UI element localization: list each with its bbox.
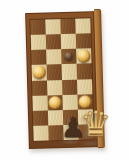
gold-ball-piece: ● (77, 50, 90, 63)
board-square: ● (47, 95, 62, 111)
board-square (62, 94, 77, 110)
board-square (47, 64, 62, 80)
board-square: ● (32, 65, 47, 81)
board-square (46, 34, 61, 50)
gold-ball-piece: ● (33, 66, 46, 79)
board-square (62, 79, 77, 95)
board-square (61, 34, 76, 50)
board-square: ● (76, 49, 91, 65)
board-square (45, 19, 60, 35)
board-square (33, 110, 48, 126)
board-square (32, 95, 47, 111)
board-square: ● (61, 49, 76, 65)
gold-ball-piece: ● (48, 96, 61, 109)
standing-light-queen: ♛ (80, 104, 111, 144)
board-square (77, 79, 92, 95)
board-square (31, 50, 46, 66)
board-square (32, 80, 47, 96)
board-square (60, 19, 75, 35)
board-square (31, 35, 46, 51)
product-photo-scene: ●●●●● ♟ ♛ (0, 0, 129, 160)
board-square (47, 80, 62, 96)
board-square (62, 64, 77, 80)
board-square (75, 18, 90, 34)
board-square (30, 20, 45, 36)
dark-knob-piece: ● (64, 52, 73, 61)
board-square (77, 64, 92, 80)
board-square (33, 125, 48, 141)
board-square (46, 49, 61, 65)
board-square (76, 33, 91, 49)
